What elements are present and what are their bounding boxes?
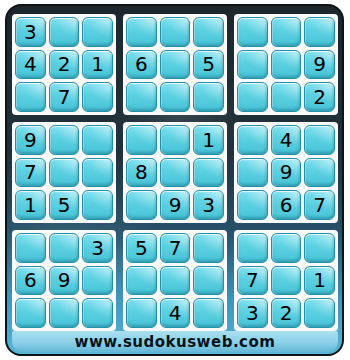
cell-r1c3[interactable] xyxy=(82,17,113,47)
cell-r4c4[interactable] xyxy=(126,125,157,155)
cell-r3c2[interactable]: 7 xyxy=(49,82,80,112)
cell-r8c3[interactable] xyxy=(82,266,113,296)
box-6: 4967 xyxy=(234,122,338,223)
cell-r5c1[interactable]: 7 xyxy=(15,158,46,188)
cell-r9c5[interactable]: 4 xyxy=(160,298,191,328)
cell-r7c5[interactable]: 7 xyxy=(160,233,191,263)
cell-r2c3[interactable]: 1 xyxy=(82,50,113,80)
cell-r1c4[interactable] xyxy=(126,17,157,47)
cell-r3c8[interactable] xyxy=(271,82,302,112)
cell-r2c8[interactable] xyxy=(271,50,302,80)
cell-r3c4[interactable] xyxy=(126,82,157,112)
cell-r7c8[interactable] xyxy=(271,233,302,263)
cell-r4c8[interactable]: 4 xyxy=(271,125,302,155)
cell-r8c8[interactable] xyxy=(271,266,302,296)
box-1: 34217 xyxy=(12,14,116,115)
cell-r3c1[interactable] xyxy=(15,82,46,112)
box-2: 65 xyxy=(123,14,227,115)
cell-r4c5[interactable] xyxy=(160,125,191,155)
cell-r9c1[interactable] xyxy=(15,298,46,328)
cell-r9c4[interactable] xyxy=(126,298,157,328)
cell-r6c9[interactable]: 7 xyxy=(304,190,335,220)
cell-r1c1[interactable]: 3 xyxy=(15,17,46,47)
cell-r6c7[interactable] xyxy=(237,190,268,220)
site-link[interactable]: www.sudokusweb.com xyxy=(75,333,276,351)
cell-r3c5[interactable] xyxy=(160,82,191,112)
footer-bar: www.sudokusweb.com xyxy=(12,331,338,352)
box-5: 1893 xyxy=(123,122,227,223)
cell-r2c4[interactable]: 6 xyxy=(126,50,157,80)
cell-r8c6[interactable] xyxy=(193,266,224,296)
cell-r9c7[interactable]: 3 xyxy=(237,298,268,328)
cell-r9c6[interactable] xyxy=(193,298,224,328)
cell-r4c2[interactable] xyxy=(49,125,80,155)
box-7: 369 xyxy=(12,230,116,331)
cell-r3c7[interactable] xyxy=(237,82,268,112)
cell-r6c1[interactable]: 1 xyxy=(15,190,46,220)
cell-r7c2[interactable] xyxy=(49,233,80,263)
cell-r7c6[interactable] xyxy=(193,233,224,263)
cell-r5c9[interactable] xyxy=(304,158,335,188)
cell-r6c2[interactable]: 5 xyxy=(49,190,80,220)
cell-r9c2[interactable] xyxy=(49,298,80,328)
cell-r8c2[interactable]: 9 xyxy=(49,266,80,296)
cell-r1c8[interactable] xyxy=(271,17,302,47)
cell-r3c6[interactable] xyxy=(193,82,224,112)
cell-r2c9[interactable]: 9 xyxy=(304,50,335,80)
cell-r7c1[interactable] xyxy=(15,233,46,263)
cell-r1c5[interactable] xyxy=(160,17,191,47)
cell-r8c9[interactable]: 1 xyxy=(304,266,335,296)
cell-r4c9[interactable] xyxy=(304,125,335,155)
cell-r8c4[interactable] xyxy=(126,266,157,296)
cell-r8c5[interactable] xyxy=(160,266,191,296)
cell-r5c8[interactable]: 9 xyxy=(271,158,302,188)
cell-r7c7[interactable] xyxy=(237,233,268,263)
box-8: 574 xyxy=(123,230,227,331)
cell-r5c5[interactable] xyxy=(160,158,191,188)
cell-r2c7[interactable] xyxy=(237,50,268,80)
cell-r1c2[interactable] xyxy=(49,17,80,47)
cell-r7c4[interactable]: 5 xyxy=(126,233,157,263)
cell-r5c2[interactable] xyxy=(49,158,80,188)
cell-r1c9[interactable] xyxy=(304,17,335,47)
cell-r8c7[interactable]: 7 xyxy=(237,266,268,296)
cell-r4c1[interactable]: 9 xyxy=(15,125,46,155)
cell-r1c6[interactable] xyxy=(193,17,224,47)
cell-r9c8[interactable]: 2 xyxy=(271,298,302,328)
cell-r4c6[interactable]: 1 xyxy=(193,125,224,155)
box-9: 7132 xyxy=(234,230,338,331)
cell-r2c1[interactable]: 4 xyxy=(15,50,46,80)
cell-r2c2[interactable]: 2 xyxy=(49,50,80,80)
cell-r3c3[interactable] xyxy=(82,82,113,112)
cell-r6c6[interactable]: 3 xyxy=(193,190,224,220)
cell-r1c7[interactable] xyxy=(237,17,268,47)
cell-r9c9[interactable] xyxy=(304,298,335,328)
cell-r2c5[interactable] xyxy=(160,50,191,80)
cell-r9c3[interactable] xyxy=(82,298,113,328)
cell-r3c9[interactable]: 2 xyxy=(304,82,335,112)
cell-r6c4[interactable] xyxy=(126,190,157,220)
cell-r7c3[interactable]: 3 xyxy=(82,233,113,263)
box-4: 9715 xyxy=(12,122,116,223)
box-3: 92 xyxy=(234,14,338,115)
cell-r2c6[interactable]: 5 xyxy=(193,50,224,80)
cell-r6c3[interactable] xyxy=(82,190,113,220)
cell-r6c8[interactable]: 6 xyxy=(271,190,302,220)
cell-r6c5[interactable]: 9 xyxy=(160,190,191,220)
sudoku-board: 3421765929715189349673695747132 xyxy=(12,14,338,331)
cell-r8c1[interactable]: 6 xyxy=(15,266,46,296)
cell-r4c7[interactable] xyxy=(237,125,268,155)
cell-r5c7[interactable] xyxy=(237,158,268,188)
cell-r5c6[interactable] xyxy=(193,158,224,188)
cell-r4c3[interactable] xyxy=(82,125,113,155)
sudoku-page: 3421765929715189349673695747132 www.sudo… xyxy=(0,0,350,360)
cell-r7c9[interactable] xyxy=(304,233,335,263)
cell-r5c4[interactable]: 8 xyxy=(126,158,157,188)
cell-r5c3[interactable] xyxy=(82,158,113,188)
